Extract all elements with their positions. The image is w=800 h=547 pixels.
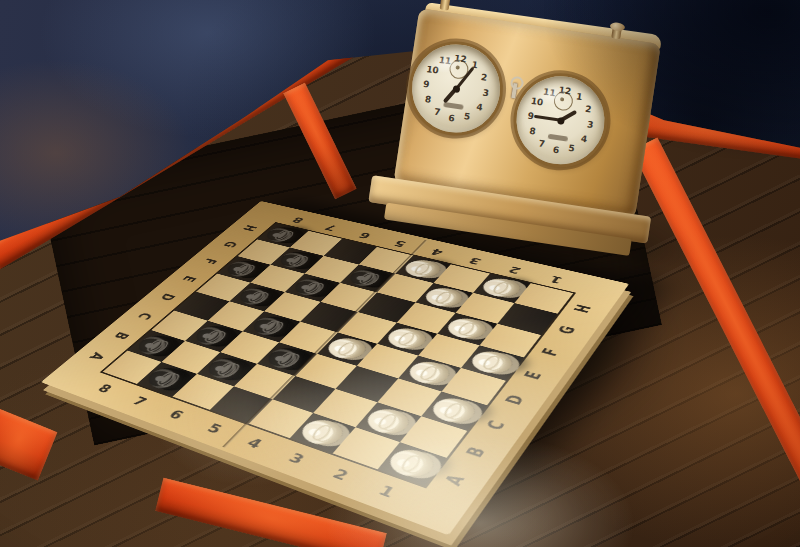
dial-maker-mark xyxy=(443,102,464,110)
photo-scene: 121234567891011 121234567891011 ABCDEFGH… xyxy=(0,0,800,547)
clock-numeral-4: 4 xyxy=(476,102,484,113)
clock-numeral-7: 7 xyxy=(434,107,442,118)
clock-numeral-5: 5 xyxy=(463,111,471,122)
clock-numeral-11: 11 xyxy=(543,87,557,99)
clock-numeral-6: 6 xyxy=(552,145,560,156)
clock-button-right[interactable] xyxy=(611,27,622,39)
clock-numeral-9: 9 xyxy=(423,79,431,90)
clock-numeral-10: 10 xyxy=(426,64,440,76)
clock-numeral-1: 1 xyxy=(575,91,583,102)
clock-numeral-3: 3 xyxy=(586,119,594,130)
clock-numeral-2: 2 xyxy=(480,72,488,83)
clock-numeral-10: 10 xyxy=(530,96,544,108)
clock-numeral-1: 1 xyxy=(471,60,479,71)
dial-center-pin xyxy=(557,116,565,124)
clock-numeral-11: 11 xyxy=(438,55,452,67)
clock-numeral-8: 8 xyxy=(424,94,432,105)
dial-maker-mark xyxy=(548,134,569,142)
clock-numeral-5: 5 xyxy=(568,143,576,154)
table-red-frame-band-left xyxy=(0,408,57,481)
clock-numeral-12: 12 xyxy=(558,85,572,97)
clock-numeral-4: 4 xyxy=(580,134,588,145)
clock-numeral-7: 7 xyxy=(538,138,546,149)
clock-numeral-3: 3 xyxy=(482,88,490,99)
clock-numeral-6: 6 xyxy=(448,113,456,124)
clock-numeral-12: 12 xyxy=(454,53,468,65)
dial-emblem-icon xyxy=(553,90,575,112)
clock-numeral-2: 2 xyxy=(585,104,593,115)
clock-numeral-8: 8 xyxy=(529,126,537,137)
dial-center-pin xyxy=(452,85,460,93)
clock-numeral-9: 9 xyxy=(527,111,535,122)
